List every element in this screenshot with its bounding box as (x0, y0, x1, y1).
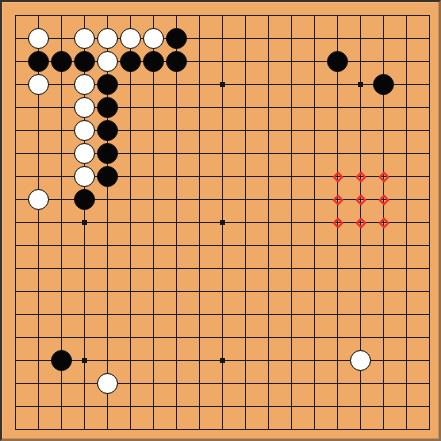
white-stone (74, 97, 95, 118)
black-stone (166, 28, 187, 49)
white-stone (97, 373, 118, 394)
star-point (82, 220, 87, 225)
star-point (358, 82, 363, 87)
star-point (220, 220, 225, 225)
black-stone (373, 74, 394, 95)
white-stone (74, 74, 95, 95)
white-stone (28, 189, 49, 210)
black-stone (143, 51, 164, 72)
black-stone (74, 189, 95, 210)
black-stone (97, 74, 118, 95)
black-stone (51, 51, 72, 72)
white-stone (28, 28, 49, 49)
white-stone (74, 166, 95, 187)
go-board[interactable] (0, 0, 441, 441)
white-stone (120, 28, 141, 49)
star-point (220, 358, 225, 363)
black-stone (74, 51, 95, 72)
star-point (82, 358, 87, 363)
white-stone (143, 28, 164, 49)
white-stone (74, 28, 95, 49)
white-stone (74, 120, 95, 141)
white-stone (74, 143, 95, 164)
black-stone (97, 143, 118, 164)
black-stone (51, 350, 72, 371)
black-stone (97, 120, 118, 141)
black-stone (327, 51, 348, 72)
black-stone (97, 97, 118, 118)
star-point (220, 82, 225, 87)
black-stone (120, 51, 141, 72)
white-stone (97, 28, 118, 49)
white-stone (28, 74, 49, 95)
white-stone (350, 350, 371, 371)
black-stone (28, 51, 49, 72)
black-stone (97, 166, 118, 187)
black-stone (166, 51, 187, 72)
white-stone (97, 51, 118, 72)
